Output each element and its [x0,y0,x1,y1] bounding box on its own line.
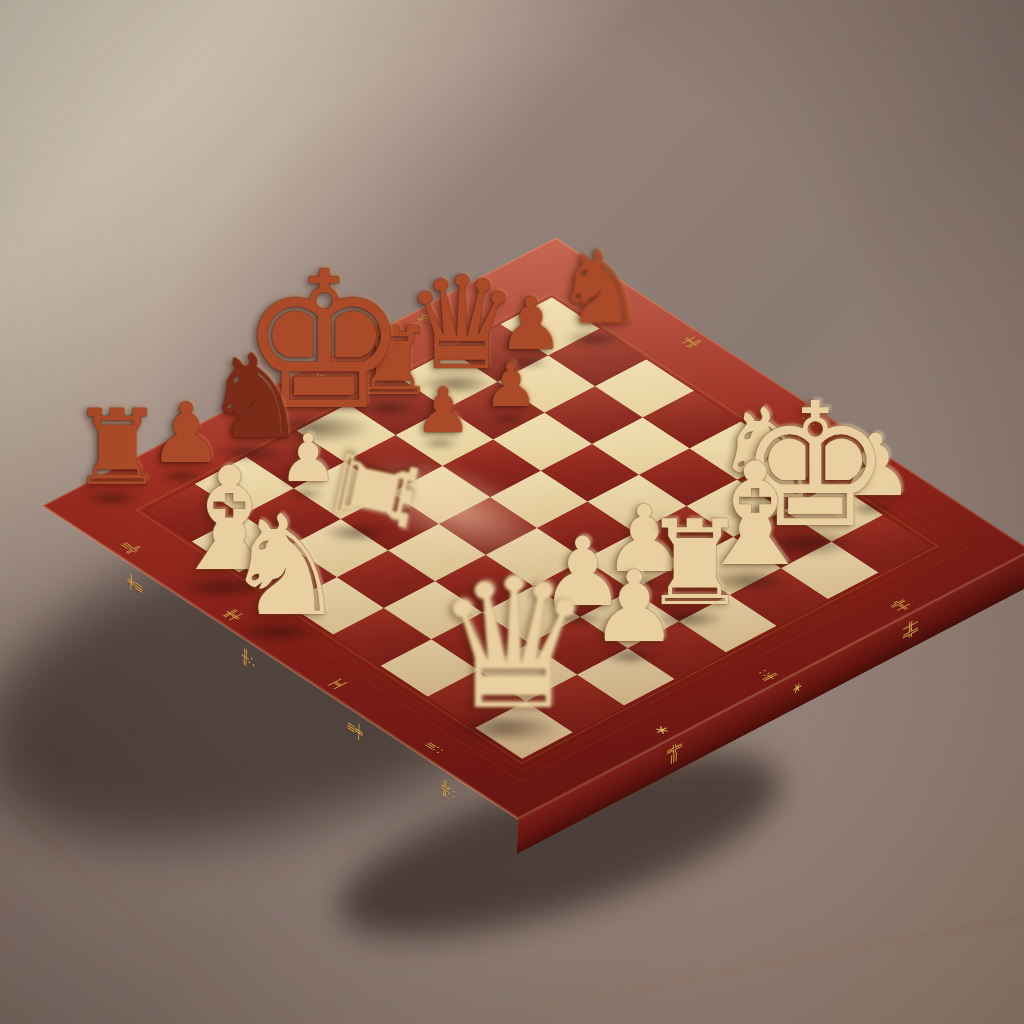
red-pawn-glyph: ♟ [415,379,471,441]
piece-contact-shadow [80,489,145,507]
white-knight-glyph: ♞ [223,498,348,637]
piece-red-knight-a8[interactable]: ♞ [554,239,645,341]
piece-contact-shadow [235,620,321,644]
photo-scene: ╬≡∗╪╫∴∷≡╬╫╪╞╡≡∷╬╪∷╫∗ ╪≡╫∴≡╪╬∷ ╪╬∗╬≡ ♞♟♛♜… [0,0,1024,1024]
white-queen-glyph: ♛ [433,556,595,737]
pieces-layer: ♞♟♛♜♚♞♟♜♟♟♟♜♝♞♞♟♟♟♚♝♜♟♛ [0,0,1024,1024]
piece-white-queen-g2[interactable]: ♛ [433,556,595,737]
red-pawn-glyph: ♟ [484,356,538,417]
red-knight-glyph: ♞ [554,239,645,341]
white-pawn-glyph: ♟ [590,559,678,658]
piece-contact-shadow [599,648,660,665]
piece-red-rook-h8[interactable]: ♜ [70,396,163,500]
piece-white-knight-h5[interactable]: ♞ [223,498,348,637]
red-rook-glyph: ♜ [70,396,163,500]
piece-red-pawn-c7[interactable]: ♟ [484,356,538,417]
piece-contact-shadow [489,413,527,423]
piece-white-pawn-e2[interactable]: ♟ [590,559,678,658]
piece-contact-shadow [421,438,460,449]
piece-contact-shadow [449,713,561,744]
piece-red-pawn-d7[interactable]: ♟ [415,379,471,441]
